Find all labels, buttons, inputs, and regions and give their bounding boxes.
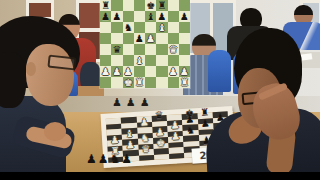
black-piece: ♛	[112, 44, 121, 55]
white-piece: ♟	[146, 33, 155, 44]
black-plastic-piece: ♛	[154, 111, 164, 122]
white-plastic-piece: ♟	[171, 132, 181, 143]
white-piece: ♚	[124, 77, 133, 88]
black-plastic-piece: ♜	[200, 108, 210, 119]
white-piece: ♟	[124, 66, 133, 77]
white-plastic-piece: ♟	[126, 140, 136, 151]
white-piece: ♟	[101, 66, 110, 77]
white-plastic-piece: ♟	[155, 127, 165, 138]
chess-diagram-overlay: ♜♚♜♟♟♝♟♟♞♝♟♟♛♛♝♟♟♟♟♟♚♜♜	[100, 0, 190, 88]
black-piece: ♚	[146, 0, 155, 11]
blue-chair	[208, 50, 231, 92]
diagram-grid: ♜♚♜♟♟♝♟♟♞♝♟♟♛♛♝♟♟♟♟♟♚♜♜	[100, 0, 190, 88]
white-plastic-piece: ♞	[140, 133, 150, 144]
white-piece: ♛	[169, 44, 178, 55]
black-piece: ♝	[146, 11, 155, 22]
black-piece: ♜	[157, 0, 166, 11]
white-piece: ♟	[180, 66, 189, 77]
black-piece: ♟	[157, 11, 166, 22]
black-piece: ♟	[135, 33, 144, 44]
black-plastic-piece: ♟	[185, 114, 195, 125]
white-plastic-piece: ♚	[156, 138, 166, 149]
left-player-hair-side	[0, 52, 26, 108]
black-piece: ♟	[180, 11, 189, 22]
captured-black-pieces: ♟♟♞♟	[86, 152, 146, 174]
white-piece: ♟	[169, 66, 178, 77]
white-plastic-piece: ♟	[170, 121, 180, 132]
white-plastic-piece: ♟	[139, 117, 149, 128]
white-piece: ♟	[112, 66, 121, 77]
letterbox-bar	[0, 172, 320, 180]
white-piece: ♜	[180, 77, 189, 88]
left-player-ear	[26, 62, 36, 76]
black-piece: ♟	[112, 11, 121, 22]
white-plastic-piece: ♝	[125, 129, 135, 140]
video-frame: ♟♟♟ ♛♚♜♟♟♟♞♝♟♟♟♝♟♟♞♟♟♚♜♛ 2 ♟♟♞♟ ♞ ♜♚♜♟♟♝…	[0, 0, 320, 180]
black-plastic-piece: ♟	[201, 119, 211, 130]
white-plastic-piece: ♟	[110, 135, 120, 146]
white-piece: ♝	[157, 22, 166, 33]
black-piece: ♞	[124, 22, 133, 33]
black-piece: ♟	[101, 11, 110, 22]
left-player-glasses	[47, 55, 76, 71]
white-piece: ♝	[135, 55, 144, 66]
black-plastic-piece: ♞	[186, 125, 196, 136]
black-piece: ♜	[101, 0, 110, 11]
white-piece: ♜	[135, 77, 144, 88]
left-player-hand	[44, 122, 66, 141]
